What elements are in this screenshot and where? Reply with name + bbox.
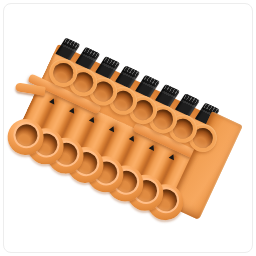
terminal-block-connector bbox=[11, 44, 241, 231]
product-photo bbox=[0, 0, 256, 256]
